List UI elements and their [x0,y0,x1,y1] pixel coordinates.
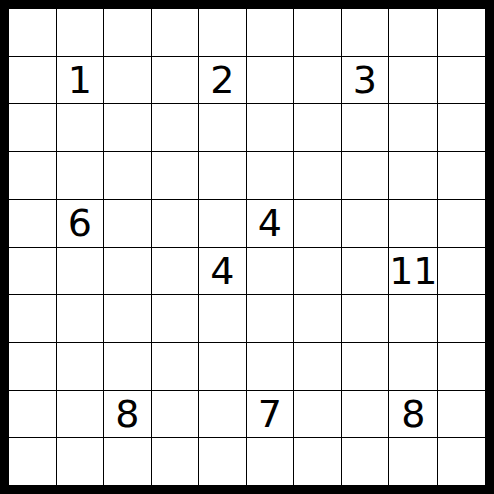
clue-cell-r2c5: 2 [199,57,246,104]
cell-r2c9[interactable] [389,57,437,104]
cell-r1c1[interactable] [9,9,56,56]
cell-r6c6[interactable] [247,248,294,295]
cell-r4c1[interactable] [9,152,56,199]
cell-r10c5[interactable] [199,438,246,485]
cell-r8c10[interactable] [438,343,485,390]
cell-r4c2[interactable] [57,152,104,199]
cell-r3c4[interactable] [152,104,199,151]
cell-r2c3[interactable] [104,57,151,104]
cell-r8c8[interactable] [342,343,389,390]
cell-r2c1[interactable] [9,57,56,104]
cell-r8c3[interactable] [104,343,151,390]
cell-r2c7[interactable] [294,57,341,104]
cell-r1c9[interactable] [389,9,437,56]
cell-r7c3[interactable] [104,295,151,342]
cell-r1c7[interactable] [294,9,341,56]
cell-r4c4[interactable] [152,152,199,199]
cell-r10c1[interactable] [9,438,56,485]
cell-r10c2[interactable] [57,438,104,485]
cell-r3c5[interactable] [199,104,246,151]
cell-r9c5[interactable] [199,391,246,438]
cell-r7c1[interactable] [9,295,56,342]
puzzle-grid: 12364411878 [9,9,485,485]
clue-cell-r2c2: 1 [57,57,104,104]
cell-r10c9[interactable] [389,438,437,485]
cell-r4c5[interactable] [199,152,246,199]
cell-r2c6[interactable] [247,57,294,104]
cell-r9c1[interactable] [9,391,56,438]
cell-r2c4[interactable] [152,57,199,104]
cell-r10c8[interactable] [342,438,389,485]
cell-r3c1[interactable] [9,104,56,151]
cell-r1c8[interactable] [342,9,389,56]
cell-r6c10[interactable] [438,248,485,295]
cell-r7c9[interactable] [389,295,437,342]
cell-r10c3[interactable] [104,438,151,485]
cell-r1c10[interactable] [438,9,485,56]
cell-r4c6[interactable] [247,152,294,199]
cell-r3c9[interactable] [389,104,437,151]
cell-r3c2[interactable] [57,104,104,151]
cell-r2c10[interactable] [438,57,485,104]
cell-r9c10[interactable] [438,391,485,438]
clue-cell-r2c8: 3 [342,57,389,104]
cell-r1c5[interactable] [199,9,246,56]
cell-r4c7[interactable] [294,152,341,199]
cell-r10c7[interactable] [294,438,341,485]
cell-r4c8[interactable] [342,152,389,199]
cell-r1c6[interactable] [247,9,294,56]
cell-r8c1[interactable] [9,343,56,390]
cell-r1c3[interactable] [104,9,151,56]
cell-r3c3[interactable] [104,104,151,151]
cell-r8c9[interactable] [389,343,437,390]
cell-r7c10[interactable] [438,295,485,342]
clue-cell-r5c2: 6 [57,200,104,247]
clue-cell-r6c9: 11 [389,248,437,295]
cell-r10c6[interactable] [247,438,294,485]
cell-r10c10[interactable] [438,438,485,485]
cell-r5c1[interactable] [9,200,56,247]
cell-r4c9[interactable] [389,152,437,199]
cell-r8c2[interactable] [57,343,104,390]
clue-cell-r9c6: 7 [247,391,294,438]
cell-r6c8[interactable] [342,248,389,295]
clue-cell-r6c5: 4 [199,248,246,295]
cell-r6c4[interactable] [152,248,199,295]
cell-r3c6[interactable] [247,104,294,151]
cell-r5c7[interactable] [294,200,341,247]
cell-r8c6[interactable] [247,343,294,390]
cell-r9c7[interactable] [294,391,341,438]
cell-r3c10[interactable] [438,104,485,151]
cell-r7c2[interactable] [57,295,104,342]
cell-r8c4[interactable] [152,343,199,390]
cell-r7c5[interactable] [199,295,246,342]
cell-r5c9[interactable] [389,200,437,247]
cell-r5c10[interactable] [438,200,485,247]
cell-r6c7[interactable] [294,248,341,295]
clue-cell-r9c3: 8 [104,391,151,438]
cell-r8c7[interactable] [294,343,341,390]
cell-r10c4[interactable] [152,438,199,485]
cell-r1c2[interactable] [57,9,104,56]
cell-r6c3[interactable] [104,248,151,295]
clue-cell-r9c9: 8 [389,391,437,438]
cell-r9c8[interactable] [342,391,389,438]
cell-r5c4[interactable] [152,200,199,247]
cell-r7c4[interactable] [152,295,199,342]
cell-r9c4[interactable] [152,391,199,438]
cell-r5c5[interactable] [199,200,246,247]
cell-r7c6[interactable] [247,295,294,342]
clue-cell-r5c6: 4 [247,200,294,247]
cell-r6c1[interactable] [9,248,56,295]
puzzle-board-frame: 12364411878 [0,0,494,494]
cell-r7c7[interactable] [294,295,341,342]
cell-r4c10[interactable] [438,152,485,199]
cell-r1c4[interactable] [152,9,199,56]
cell-r5c8[interactable] [342,200,389,247]
cell-r3c7[interactable] [294,104,341,151]
cell-r3c8[interactable] [342,104,389,151]
cell-r7c8[interactable] [342,295,389,342]
cell-r4c3[interactable] [104,152,151,199]
cell-r6c2[interactable] [57,248,104,295]
cell-r9c2[interactable] [57,391,104,438]
cell-r5c3[interactable] [104,200,151,247]
cell-r8c5[interactable] [199,343,246,390]
